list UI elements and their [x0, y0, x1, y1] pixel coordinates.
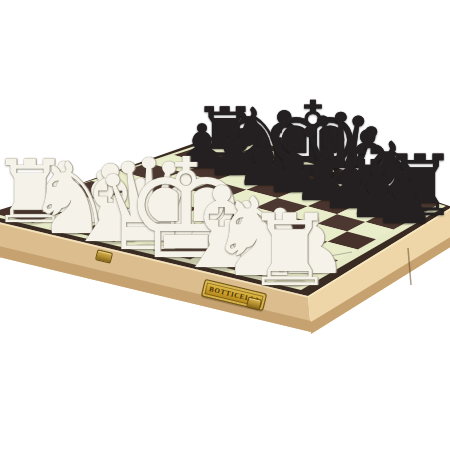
piece-shadow	[253, 179, 275, 185]
piece-shadow	[91, 216, 115, 222]
chess-board-svg	[0, 0, 450, 450]
piece-shadow	[267, 260, 294, 267]
piece-shadow	[202, 262, 240, 272]
piece-shadow	[299, 268, 326, 275]
piece-shadow	[15, 217, 45, 225]
piece-shadow	[199, 243, 225, 250]
piece-shadow	[233, 251, 259, 258]
piece-shadow	[128, 226, 153, 233]
piece-shadow	[223, 171, 244, 177]
piece-shadow	[273, 279, 307, 288]
piece-shadow	[366, 211, 390, 217]
piece-shadow	[322, 185, 359, 195]
piece-shadow	[311, 195, 334, 201]
piece-shadow	[127, 244, 170, 255]
piece-shadow	[213, 154, 238, 161]
piece-shadow	[352, 194, 384, 203]
piece-shadow	[52, 207, 76, 213]
piece-shadow	[392, 218, 416, 224]
piece-shadow	[54, 226, 88, 235]
piece-shadow	[339, 203, 362, 209]
piece-shadow	[162, 252, 209, 264]
piece-shadow	[379, 201, 410, 209]
chess-set-product-photo: ♜♟♞♟♝♟♚♟♛♝♟♞♟♟♜♟♟♜♟♟♞♟♝♟♛♟♚♟♝♟♞♜ BOTTICE…	[0, 0, 450, 450]
piece-shadow	[269, 170, 299, 178]
piece-shadow	[238, 270, 275, 280]
piece-shadow	[164, 235, 189, 242]
piece-shadow	[192, 162, 213, 168]
piece-shadow	[92, 235, 128, 245]
piece-shadow	[406, 209, 435, 217]
piece-shadow	[294, 177, 333, 187]
piece-shadow	[282, 187, 304, 193]
piece-shadow	[241, 162, 269, 169]
